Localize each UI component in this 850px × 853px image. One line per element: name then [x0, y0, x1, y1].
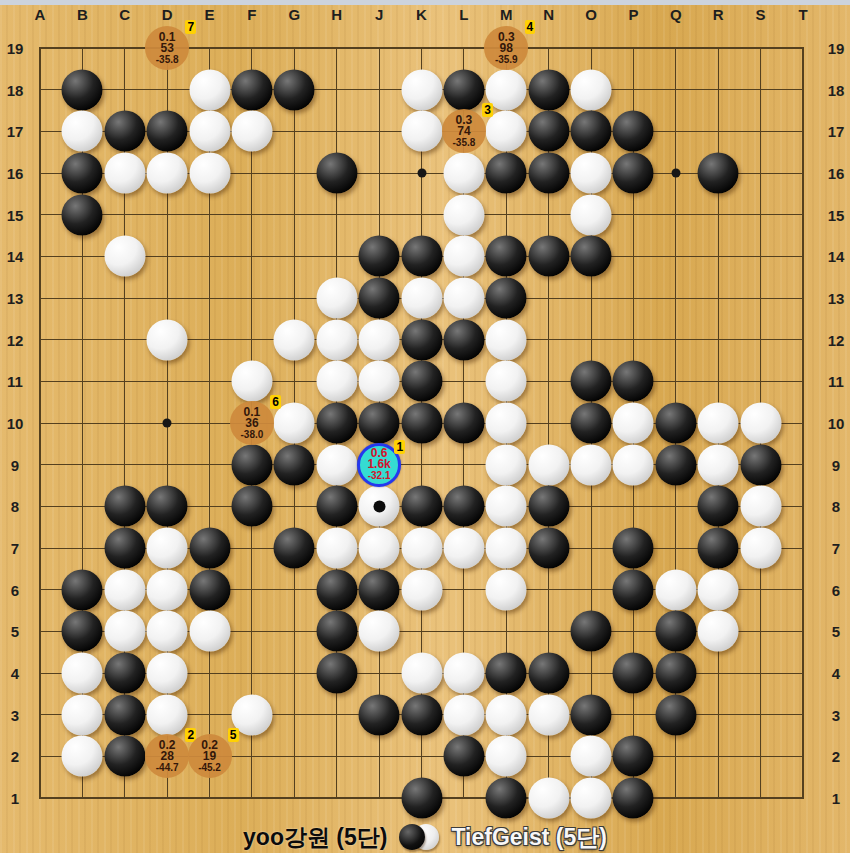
- candidate-move-M19[interactable]: 0.398-35.94: [484, 26, 528, 70]
- stone-black-B16: [62, 153, 103, 194]
- row-label-left-4: 4: [11, 665, 19, 682]
- row-label-right-6: 6: [832, 581, 840, 598]
- col-label-Q: Q: [670, 6, 682, 23]
- star-point-D10: [163, 419, 172, 428]
- black-white-stones-icon: [399, 824, 439, 850]
- stone-black-P16: [613, 153, 654, 194]
- stone-white-H12: [316, 319, 357, 360]
- stone-black-K11: [401, 361, 442, 402]
- row-label-left-3: 3: [11, 706, 19, 723]
- stone-black-N18: [528, 69, 569, 110]
- stone-white-P9: [613, 444, 654, 485]
- row-label-right-18: 18: [828, 81, 845, 98]
- col-label-E: E: [205, 6, 215, 23]
- stone-black-O17: [571, 111, 612, 152]
- stone-white-L4: [443, 653, 484, 694]
- stone-black-C4: [104, 653, 145, 694]
- candidate-move-E2[interactable]: 0.219-45.25: [188, 734, 232, 778]
- row-label-right-2: 2: [832, 748, 840, 765]
- stone-white-N3: [528, 694, 569, 735]
- row-label-left-5: 5: [11, 623, 19, 640]
- stone-black-Q4: [655, 653, 696, 694]
- stone-black-K1: [401, 778, 442, 819]
- stone-white-K13: [401, 278, 442, 319]
- star-point-Q16: [671, 169, 680, 178]
- stone-black-Q5: [655, 611, 696, 652]
- stone-black-F18: [231, 69, 272, 110]
- candidate-score: -32.1: [368, 470, 391, 481]
- candidate-visits: 98: [500, 43, 513, 54]
- stone-white-O15: [571, 194, 612, 235]
- stone-white-C6: [104, 569, 145, 610]
- stone-black-L8: [443, 486, 484, 527]
- stone-black-D17: [147, 111, 188, 152]
- col-label-T: T: [798, 6, 807, 23]
- row-label-right-4: 4: [832, 665, 840, 682]
- stone-white-J7: [359, 528, 400, 569]
- col-label-M: M: [500, 6, 513, 23]
- row-label-left-11: 11: [7, 373, 23, 390]
- stone-white-O2: [571, 736, 612, 777]
- stone-black-H5: [316, 611, 357, 652]
- black-player-name: yoo강원 (5단): [243, 822, 387, 853]
- stone-black-P17: [613, 111, 654, 152]
- row-label-left-19: 19: [7, 40, 24, 57]
- row-label-right-17: 17: [828, 123, 845, 140]
- stone-white-L7: [443, 528, 484, 569]
- row-label-left-7: 7: [11, 540, 19, 557]
- candidate-move-F10[interactable]: 0.136-38.06: [230, 401, 274, 445]
- stone-black-P4: [613, 653, 654, 694]
- white-player-name: TiefGeist (5단): [451, 822, 607, 853]
- stone-white-M6: [486, 569, 527, 610]
- stone-white-J5: [359, 611, 400, 652]
- stone-black-C3: [104, 694, 145, 735]
- stone-black-M13: [486, 278, 527, 319]
- stone-white-H9: [316, 444, 357, 485]
- row-label-left-10: 10: [7, 415, 24, 432]
- row-label-right-10: 10: [828, 415, 845, 432]
- col-label-O: O: [585, 6, 597, 23]
- stone-white-H13: [316, 278, 357, 319]
- stone-black-P7: [613, 528, 654, 569]
- col-label-N: N: [543, 6, 554, 23]
- stone-black-K14: [401, 236, 442, 277]
- candidate-visits: 53: [160, 43, 173, 54]
- window-top-strip: [0, 0, 850, 5]
- stone-white-L3: [443, 694, 484, 735]
- candidate-rank-badge: 4: [525, 20, 536, 34]
- stone-black-B18: [62, 69, 103, 110]
- col-label-P: P: [628, 6, 638, 23]
- stone-white-R10: [698, 403, 739, 444]
- stone-black-M16: [486, 153, 527, 194]
- stone-black-J14: [359, 236, 400, 277]
- stone-white-B17: [62, 111, 103, 152]
- stone-black-G7: [274, 528, 315, 569]
- stone-black-N7: [528, 528, 569, 569]
- stone-black-J10: [359, 403, 400, 444]
- stone-white-J8: [359, 486, 400, 527]
- stone-black-K12: [401, 319, 442, 360]
- stone-black-G9: [274, 444, 315, 485]
- stone-white-K17: [401, 111, 442, 152]
- stone-black-R7: [698, 528, 739, 569]
- stone-white-R9: [698, 444, 739, 485]
- stone-white-F17: [231, 111, 272, 152]
- col-label-A: A: [35, 6, 46, 23]
- stone-black-P11: [613, 361, 654, 402]
- stone-black-L12: [443, 319, 484, 360]
- stone-black-L10: [443, 403, 484, 444]
- row-label-left-13: 13: [7, 290, 24, 307]
- stone-white-B3: [62, 694, 103, 735]
- stone-black-J3: [359, 694, 400, 735]
- stone-black-L18: [443, 69, 484, 110]
- row-label-right-3: 3: [832, 706, 840, 723]
- row-label-right-12: 12: [828, 331, 845, 348]
- row-label-right-16: 16: [828, 165, 845, 182]
- candidate-visits: 28: [160, 751, 173, 762]
- stone-black-K3: [401, 694, 442, 735]
- row-label-left-2: 2: [11, 748, 19, 765]
- stone-white-E16: [189, 153, 230, 194]
- stone-white-M8: [486, 486, 527, 527]
- stone-white-D4: [147, 653, 188, 694]
- stone-black-P1: [613, 778, 654, 819]
- row-label-left-9: 9: [11, 456, 19, 473]
- stone-white-K6: [401, 569, 442, 610]
- stone-black-J13: [359, 278, 400, 319]
- stone-white-M7: [486, 528, 527, 569]
- stone-white-K7: [401, 528, 442, 569]
- candidate-rank-badge: 7: [185, 20, 196, 34]
- stone-white-C14: [104, 236, 145, 277]
- stone-black-M14: [486, 236, 527, 277]
- stone-white-L16: [443, 153, 484, 194]
- col-label-G: G: [288, 6, 300, 23]
- candidate-rank-badge: 6: [270, 395, 281, 409]
- row-label-right-15: 15: [828, 206, 845, 223]
- stone-white-H11: [316, 361, 357, 402]
- stone-black-D8: [147, 486, 188, 527]
- col-label-R: R: [713, 6, 724, 23]
- row-label-right-19: 19: [828, 40, 845, 57]
- stone-white-M3: [486, 694, 527, 735]
- last-move-marker: [373, 500, 385, 512]
- stone-black-C17: [104, 111, 145, 152]
- stone-black-O10: [571, 403, 612, 444]
- stone-white-D6: [147, 569, 188, 610]
- stone-black-N14: [528, 236, 569, 277]
- stone-white-R6: [698, 569, 739, 610]
- candidate-visits: 36: [245, 418, 258, 429]
- row-label-right-11: 11: [828, 373, 844, 390]
- stone-black-P2: [613, 736, 654, 777]
- stone-black-G18: [274, 69, 315, 110]
- candidate-score: -44.7: [156, 762, 179, 773]
- row-label-right-1: 1: [832, 790, 840, 807]
- stone-black-N17: [528, 111, 569, 152]
- stone-white-N1: [528, 778, 569, 819]
- candidate-move-D2[interactable]: 0.228-44.72: [145, 734, 189, 778]
- row-label-left-14: 14: [7, 248, 24, 265]
- stone-white-K4: [401, 653, 442, 694]
- stone-black-K10: [401, 403, 442, 444]
- stone-black-Q3: [655, 694, 696, 735]
- candidate-score: -38.0: [241, 429, 264, 440]
- stone-white-K18: [401, 69, 442, 110]
- col-label-F: F: [247, 6, 256, 23]
- col-label-B: B: [77, 6, 88, 23]
- stone-black-E7: [189, 528, 230, 569]
- stone-white-B4: [62, 653, 103, 694]
- stone-white-S10: [740, 403, 781, 444]
- star-point-K16: [417, 169, 426, 178]
- stone-white-C5: [104, 611, 145, 652]
- stone-white-D5: [147, 611, 188, 652]
- stone-black-Q10: [655, 403, 696, 444]
- stone-black-H6: [316, 569, 357, 610]
- stone-white-F11: [231, 361, 272, 402]
- candidate-rank-badge: 3: [482, 103, 493, 117]
- stone-white-N9: [528, 444, 569, 485]
- stone-black-R8: [698, 486, 739, 527]
- stone-white-J12: [359, 319, 400, 360]
- stone-white-J11: [359, 361, 400, 402]
- stone-black-H16: [316, 153, 357, 194]
- stone-white-L13: [443, 278, 484, 319]
- stone-white-M10: [486, 403, 527, 444]
- stone-black-K8: [401, 486, 442, 527]
- col-label-J: J: [375, 6, 383, 23]
- row-label-right-9: 9: [832, 456, 840, 473]
- stone-white-O1: [571, 778, 612, 819]
- stone-white-E17: [189, 111, 230, 152]
- stone-black-F9: [231, 444, 272, 485]
- col-label-L: L: [459, 6, 468, 23]
- col-label-D: D: [162, 6, 173, 23]
- stone-black-C7: [104, 528, 145, 569]
- stone-white-S7: [740, 528, 781, 569]
- row-label-left-8: 8: [11, 498, 19, 515]
- stone-white-D3: [147, 694, 188, 735]
- row-label-left-18: 18: [7, 81, 24, 98]
- candidate-visits: 74: [457, 126, 470, 137]
- candidate-rank-badge: 1: [394, 440, 405, 454]
- stone-black-N16: [528, 153, 569, 194]
- col-label-C: C: [119, 6, 130, 23]
- row-label-right-14: 14: [828, 248, 845, 265]
- stone-black-H8: [316, 486, 357, 527]
- candidate-score: -35.8: [156, 54, 179, 65]
- row-label-right-13: 13: [828, 290, 845, 307]
- stone-black-M1: [486, 778, 527, 819]
- row-label-right-8: 8: [832, 498, 840, 515]
- stone-white-H7: [316, 528, 357, 569]
- candidate-visits: 19: [203, 751, 216, 762]
- row-label-right-7: 7: [832, 540, 840, 557]
- stone-white-C16: [104, 153, 145, 194]
- stone-white-O16: [571, 153, 612, 194]
- stone-black-F8: [231, 486, 272, 527]
- stone-white-D16: [147, 153, 188, 194]
- candidate-move-D19[interactable]: 0.153-35.87: [145, 26, 189, 70]
- stone-white-M2: [486, 736, 527, 777]
- candidate-visits: 1.6k: [367, 459, 390, 470]
- candidate-move-L17[interactable]: 0.374-35.83: [442, 109, 486, 153]
- stone-white-R5: [698, 611, 739, 652]
- stone-black-H10: [316, 403, 357, 444]
- stone-black-O11: [571, 361, 612, 402]
- stone-white-L14: [443, 236, 484, 277]
- stone-black-H4: [316, 653, 357, 694]
- stone-white-O9: [571, 444, 612, 485]
- stone-black-B15: [62, 194, 103, 235]
- stone-white-M11: [486, 361, 527, 402]
- stone-white-G12: [274, 319, 315, 360]
- stone-black-B5: [62, 611, 103, 652]
- stone-black-Q9: [655, 444, 696, 485]
- candidate-move-J9[interactable]: 0.61.6k-32.11: [357, 443, 401, 487]
- stone-black-C2: [104, 736, 145, 777]
- grid-vline: [802, 47, 804, 799]
- stone-white-P10: [613, 403, 654, 444]
- stone-black-O5: [571, 611, 612, 652]
- stone-white-B2: [62, 736, 103, 777]
- stone-black-R16: [698, 153, 739, 194]
- stone-white-S8: [740, 486, 781, 527]
- stone-black-N4: [528, 653, 569, 694]
- stone-black-B6: [62, 569, 103, 610]
- stone-white-E18: [189, 69, 230, 110]
- go-review-screen: ABCDEFGHJKLMNOPQRST191918181717161615151…: [0, 0, 850, 853]
- candidate-score: -35.8: [452, 137, 475, 148]
- stone-white-M12: [486, 319, 527, 360]
- stone-white-O18: [571, 69, 612, 110]
- stone-black-O3: [571, 694, 612, 735]
- col-label-H: H: [331, 6, 342, 23]
- stone-white-D12: [147, 319, 188, 360]
- player-bar: yoo강원 (5단) TiefGeist (5단): [0, 822, 850, 852]
- stone-black-S9: [740, 444, 781, 485]
- row-label-left-17: 17: [7, 123, 24, 140]
- row-label-left-15: 15: [7, 206, 24, 223]
- stone-white-Q6: [655, 569, 696, 610]
- stone-black-E6: [189, 569, 230, 610]
- stone-black-O14: [571, 236, 612, 277]
- col-label-S: S: [756, 6, 766, 23]
- row-label-left-6: 6: [11, 581, 19, 598]
- candidate-score: -35.9: [495, 54, 518, 65]
- row-label-left-12: 12: [7, 331, 24, 348]
- row-label-right-5: 5: [832, 623, 840, 640]
- stone-black-M4: [486, 653, 527, 694]
- stone-white-L15: [443, 194, 484, 235]
- col-label-K: K: [416, 6, 427, 23]
- stone-white-E5: [189, 611, 230, 652]
- row-label-left-1: 1: [11, 790, 19, 807]
- stone-black-L2: [443, 736, 484, 777]
- stone-white-M9: [486, 444, 527, 485]
- stone-black-N8: [528, 486, 569, 527]
- stone-black-P6: [613, 569, 654, 610]
- stone-black-C8: [104, 486, 145, 527]
- stone-black-J6: [359, 569, 400, 610]
- candidate-score: -45.2: [198, 762, 221, 773]
- stone-white-D7: [147, 528, 188, 569]
- candidate-rank-badge: 5: [228, 728, 239, 742]
- row-label-left-16: 16: [7, 165, 24, 182]
